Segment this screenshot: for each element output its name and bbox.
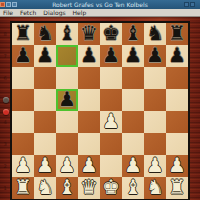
piece-black-pawn[interactable]: ♟ — [12, 45, 34, 67]
square-h4[interactable] — [166, 111, 188, 133]
piece-white-bishop[interactable]: ♝ — [56, 177, 78, 199]
window-iconify-button[interactable] — [12, 2, 17, 7]
chess-board: ♜♞♝♛♚♝♞♜♟♟♟♟♟♟♟♟♟♟♟♟♟♟♟♟♜♞♝♛♚♝♞♜ — [10, 21, 190, 200]
square-d5[interactable] — [78, 89, 100, 111]
menu-dialogs[interactable]: Dialogs — [43, 9, 65, 17]
square-e8[interactable]: ♚ — [100, 23, 122, 45]
rank-label-8: 8 — [2, 31, 8, 37]
piece-white-queen[interactable]: ♛ — [78, 177, 100, 199]
square-e7[interactable]: ♟ — [100, 45, 122, 67]
square-g4[interactable] — [144, 111, 166, 133]
window-minimize-button[interactable] — [184, 2, 189, 7]
square-b4[interactable] — [34, 111, 56, 133]
piece-white-pawn[interactable]: ♟ — [56, 155, 78, 177]
window-shade-button[interactable] — [6, 2, 11, 7]
square-b6[interactable] — [34, 67, 56, 89]
square-e6[interactable] — [100, 67, 122, 89]
menu-help[interactable]: Help — [73, 9, 87, 17]
rank-label-2: 2 — [2, 163, 8, 169]
square-d6[interactable] — [78, 67, 100, 89]
piece-white-bishop[interactable]: ♝ — [122, 177, 144, 199]
square-b5[interactable] — [34, 89, 56, 111]
square-a1[interactable]: ♜ — [12, 177, 34, 199]
rank-label-3: 3 — [2, 141, 8, 147]
square-a2[interactable]: ♟ — [12, 155, 34, 177]
square-f1[interactable]: ♝ — [122, 177, 144, 199]
square-f7[interactable]: ♟ — [122, 45, 144, 67]
square-e2[interactable] — [100, 155, 122, 177]
piece-white-pawn[interactable]: ♟ — [100, 111, 122, 133]
square-a6[interactable] — [12, 67, 34, 89]
piece-black-pawn[interactable]: ♟ — [122, 45, 144, 67]
square-f4[interactable] — [122, 111, 144, 133]
square-c8[interactable]: ♝ — [56, 23, 78, 45]
square-c2[interactable]: ♟ — [56, 155, 78, 177]
rank-label-6: 6 — [2, 75, 8, 81]
square-e4[interactable]: ♟ — [100, 111, 122, 133]
square-a7[interactable]: ♟ — [12, 45, 34, 67]
square-b2[interactable]: ♟ — [34, 155, 56, 177]
square-d1[interactable]: ♛ — [78, 177, 100, 199]
square-d7[interactable]: ♟ — [78, 45, 100, 67]
piece-black-knight[interactable]: ♞ — [34, 23, 56, 45]
app-window: Robert Grafes vs Go Ten Kolbels File Fet… — [0, 0, 200, 200]
square-c6[interactable] — [56, 67, 78, 89]
status-dot-lower — [3, 109, 9, 115]
status-dot-upper — [3, 97, 9, 103]
piece-black-pawn[interactable]: ♟ — [56, 89, 78, 111]
square-c1[interactable]: ♝ — [56, 177, 78, 199]
board-frame: 87654321 ♜♞♝♛♚♝♞♜♟♟♟♟♟♟♟♟♟♟♟♟♟♟♟♟♜♞♝♛♚♝♞… — [0, 17, 200, 200]
square-c7[interactable] — [56, 45, 78, 67]
square-g8[interactable]: ♞ — [144, 23, 166, 45]
square-f2[interactable]: ♟ — [122, 155, 144, 177]
square-g7[interactable]: ♟ — [144, 45, 166, 67]
piece-black-knight[interactable]: ♞ — [144, 23, 166, 45]
piece-white-pawn[interactable]: ♟ — [122, 155, 144, 177]
square-g1[interactable]: ♞ — [144, 177, 166, 199]
piece-white-rook[interactable]: ♜ — [166, 177, 188, 199]
square-h1[interactable]: ♜ — [166, 177, 188, 199]
square-d4[interactable] — [78, 111, 100, 133]
piece-white-knight[interactable]: ♞ — [34, 177, 56, 199]
piece-black-king[interactable]: ♚ — [100, 23, 122, 45]
square-h8[interactable]: ♜ — [166, 23, 188, 45]
square-g2[interactable]: ♟ — [144, 155, 166, 177]
rank-label-1: 1 — [2, 185, 8, 191]
square-g5[interactable] — [144, 89, 166, 111]
piece-black-bishop[interactable]: ♝ — [56, 23, 78, 45]
piece-black-pawn[interactable]: ♟ — [78, 45, 100, 67]
piece-black-rook[interactable]: ♜ — [12, 23, 34, 45]
square-h2[interactable]: ♟ — [166, 155, 188, 177]
square-a3[interactable] — [12, 133, 34, 155]
piece-white-king[interactable]: ♚ — [100, 177, 122, 199]
piece-black-pawn[interactable]: ♟ — [34, 45, 56, 67]
square-e5[interactable] — [100, 89, 122, 111]
square-e1[interactable]: ♚ — [100, 177, 122, 199]
square-c5[interactable]: ♟ — [56, 89, 78, 111]
piece-white-pawn[interactable]: ♟ — [78, 155, 100, 177]
square-a4[interactable] — [12, 111, 34, 133]
square-f6[interactable] — [122, 67, 144, 89]
square-b3[interactable] — [34, 133, 56, 155]
rank-label-4: 4 — [2, 119, 8, 125]
square-g6[interactable] — [144, 67, 166, 89]
square-f5[interactable] — [122, 89, 144, 111]
piece-black-pawn[interactable]: ♟ — [100, 45, 122, 67]
square-h5[interactable] — [166, 89, 188, 111]
rank-label-7: 7 — [2, 53, 8, 59]
window-maximize-button[interactable] — [190, 2, 195, 7]
piece-white-pawn[interactable]: ♟ — [12, 155, 34, 177]
piece-black-rook[interactable]: ♜ — [166, 23, 188, 45]
piece-white-knight[interactable]: ♞ — [144, 177, 166, 199]
menu-bar: File Fetch Dialogs Help — [0, 9, 200, 17]
square-b8[interactable]: ♞ — [34, 23, 56, 45]
square-h7[interactable]: ♟ — [166, 45, 188, 67]
square-f8[interactable]: ♝ — [122, 23, 144, 45]
square-g3[interactable] — [144, 133, 166, 155]
piece-black-pawn[interactable]: ♟ — [166, 45, 188, 67]
menu-fetch[interactable]: Fetch — [20, 9, 36, 17]
piece-black-bishop[interactable]: ♝ — [122, 23, 144, 45]
menu-file[interactable]: File — [3, 9, 13, 17]
square-h6[interactable] — [166, 67, 188, 89]
square-a5[interactable] — [12, 89, 34, 111]
square-d8[interactable]: ♛ — [78, 23, 100, 45]
square-d2[interactable]: ♟ — [78, 155, 100, 177]
window-menu-button[interactable] — [0, 2, 5, 7]
square-c4[interactable] — [56, 111, 78, 133]
square-b1[interactable]: ♞ — [34, 177, 56, 199]
square-f3[interactable] — [122, 133, 144, 155]
piece-black-queen[interactable]: ♛ — [78, 23, 100, 45]
piece-white-pawn[interactable]: ♟ — [144, 155, 166, 177]
square-e3[interactable] — [100, 133, 122, 155]
square-c3[interactable] — [56, 133, 78, 155]
piece-white-pawn[interactable]: ♟ — [166, 155, 188, 177]
square-h3[interactable] — [166, 133, 188, 155]
piece-white-rook[interactable]: ♜ — [12, 177, 34, 199]
square-d3[interactable] — [78, 133, 100, 155]
square-b7[interactable]: ♟ — [34, 45, 56, 67]
square-a8[interactable]: ♜ — [12, 23, 34, 45]
piece-black-pawn[interactable]: ♟ — [144, 45, 166, 67]
piece-white-pawn[interactable]: ♟ — [34, 155, 56, 177]
